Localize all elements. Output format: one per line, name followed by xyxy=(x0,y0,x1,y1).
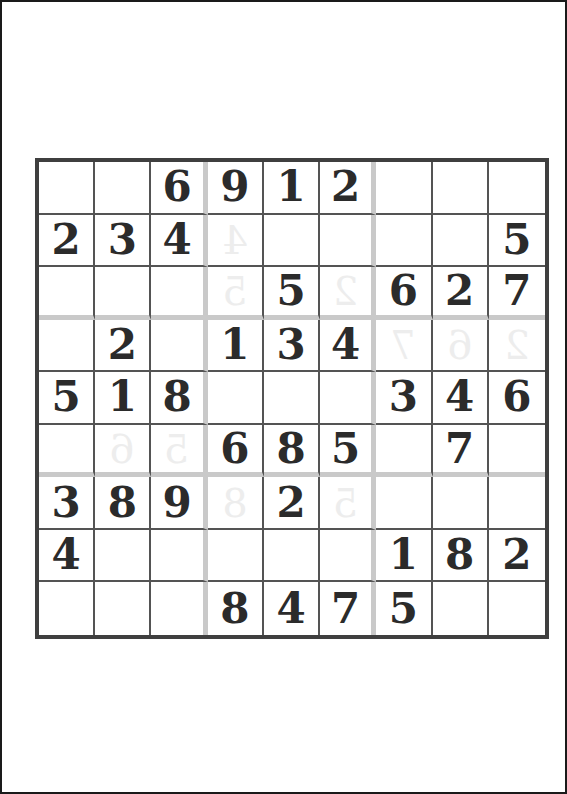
cell-r6c8[interactable]: 7 xyxy=(433,425,489,478)
cell-r9c4[interactable]: 8 xyxy=(208,582,264,635)
cell-r5c1[interactable]: 5 xyxy=(39,372,95,425)
given-digit: 1 xyxy=(108,376,137,418)
cell-r4c9[interactable]: 2 xyxy=(489,320,545,373)
cell-r9c5[interactable]: 4 xyxy=(264,582,320,635)
ghost-bleedthrough-digit: 5 xyxy=(151,425,202,473)
cell-r2c9[interactable]: 5 xyxy=(489,215,545,268)
cell-r6c9[interactable] xyxy=(489,425,545,478)
cell-r9c9[interactable] xyxy=(489,582,545,635)
cell-r1c7[interactable] xyxy=(376,162,432,215)
cell-r2c4[interactable]: 4 xyxy=(208,215,264,268)
cell-r7c8[interactable] xyxy=(433,477,489,530)
cell-r8c6[interactable] xyxy=(320,530,376,583)
cell-r6c1[interactable] xyxy=(39,425,95,478)
given-digit: 1 xyxy=(220,324,249,366)
cell-r3c7[interactable]: 6 xyxy=(376,267,432,320)
cell-r1c5[interactable]: 1 xyxy=(264,162,320,215)
given-digit: 8 xyxy=(108,482,137,524)
given-digit: 4 xyxy=(445,376,474,418)
cell-r6c7[interactable] xyxy=(376,425,432,478)
given-digit: 8 xyxy=(220,588,249,630)
cell-r2c5[interactable] xyxy=(264,215,320,268)
cell-r4c5[interactable]: 3 xyxy=(264,320,320,373)
cell-r7c4[interactable]: 8 xyxy=(208,477,264,530)
ghost-bleedthrough-digit: 7 xyxy=(376,320,430,371)
given-digit: 8 xyxy=(276,428,305,470)
ghost-bleedthrough-digit: 6 xyxy=(95,425,149,473)
cell-r2c3[interactable]: 4 xyxy=(151,215,207,268)
cell-r8c9[interactable]: 2 xyxy=(489,530,545,583)
given-digit: 4 xyxy=(276,588,305,630)
sudoku-board: 6912234455526272134762518346656857389825… xyxy=(35,158,549,639)
given-digit: 2 xyxy=(108,324,137,366)
cell-r4c8[interactable]: 6 xyxy=(433,320,489,373)
cell-r5c3[interactable]: 8 xyxy=(151,372,207,425)
given-digit: 9 xyxy=(220,166,249,208)
given-digit: 2 xyxy=(276,482,305,524)
cell-r7c3[interactable]: 9 xyxy=(151,477,207,530)
cell-r6c2[interactable]: 6 xyxy=(95,425,151,478)
cell-r6c5[interactable]: 8 xyxy=(264,425,320,478)
cell-r7c2[interactable]: 8 xyxy=(95,477,151,530)
cell-r9c3[interactable] xyxy=(151,582,207,635)
cell-r8c8[interactable]: 8 xyxy=(433,530,489,583)
given-digit: 5 xyxy=(51,376,80,418)
cell-r9c8[interactable] xyxy=(433,582,489,635)
given-digit: 1 xyxy=(276,166,305,208)
given-digit: 7 xyxy=(502,270,531,312)
given-digit: 5 xyxy=(331,428,360,470)
ghost-bleedthrough-digit: 5 xyxy=(320,477,371,528)
cell-r7c1[interactable]: 3 xyxy=(39,477,95,530)
given-digit: 8 xyxy=(162,376,191,418)
cell-r8c4[interactable] xyxy=(208,530,264,583)
cell-r9c2[interactable] xyxy=(95,582,151,635)
cell-r5c9[interactable]: 6 xyxy=(489,372,545,425)
cell-r1c9[interactable] xyxy=(489,162,545,215)
cell-r4c2[interactable]: 2 xyxy=(95,320,151,373)
cell-r1c3[interactable]: 6 xyxy=(151,162,207,215)
given-digit: 9 xyxy=(162,482,191,524)
cell-r5c4[interactable] xyxy=(208,372,264,425)
cell-r4c3[interactable] xyxy=(151,320,207,373)
cell-r2c7[interactable] xyxy=(376,215,432,268)
cell-r7c9[interactable] xyxy=(489,477,545,530)
scanned-page: 6912234455526272134762518346656857389825… xyxy=(0,0,567,794)
given-digit: 2 xyxy=(51,219,80,261)
cell-r4c1[interactable] xyxy=(39,320,95,373)
cell-r7c7[interactable] xyxy=(376,477,432,530)
given-digit: 7 xyxy=(445,428,474,470)
cell-r8c5[interactable] xyxy=(264,530,320,583)
cell-r8c1[interactable]: 4 xyxy=(39,530,95,583)
cell-r3c9[interactable]: 7 xyxy=(489,267,545,320)
cell-r6c4[interactable]: 6 xyxy=(208,425,264,478)
cell-r9c1[interactable] xyxy=(39,582,95,635)
given-digit: 2 xyxy=(502,534,531,576)
ghost-bleedthrough-digit: 4 xyxy=(208,215,262,266)
cell-r1c8[interactable] xyxy=(433,162,489,215)
given-digit: 6 xyxy=(502,376,531,418)
cell-r3c2[interactable] xyxy=(95,267,151,320)
cell-r5c8[interactable]: 4 xyxy=(433,372,489,425)
cell-r2c6[interactable] xyxy=(320,215,376,268)
given-digit: 4 xyxy=(331,324,360,366)
given-digit: 4 xyxy=(162,219,191,261)
given-digit: 3 xyxy=(276,324,305,366)
cell-r1c2[interactable] xyxy=(95,162,151,215)
cell-r2c2[interactable]: 3 xyxy=(95,215,151,268)
cell-r5c7[interactable]: 3 xyxy=(376,372,432,425)
given-digit: 6 xyxy=(389,270,418,312)
cell-r3c1[interactable] xyxy=(39,267,95,320)
cell-r5c2[interactable]: 1 xyxy=(95,372,151,425)
given-digit: 5 xyxy=(389,588,418,630)
cell-r3c5[interactable]: 5 xyxy=(264,267,320,320)
cell-r5c5[interactable] xyxy=(264,372,320,425)
given-digit: 6 xyxy=(220,428,249,470)
ghost-bleedthrough-digit: 2 xyxy=(320,267,371,315)
cell-r8c2[interactable] xyxy=(95,530,151,583)
given-digit: 6 xyxy=(162,166,191,208)
cell-r3c3[interactable] xyxy=(151,267,207,320)
cell-r1c4[interactable]: 9 xyxy=(208,162,264,215)
cell-r5c6[interactable] xyxy=(320,372,376,425)
cell-r9c6[interactable]: 7 xyxy=(320,582,376,635)
cell-r3c8[interactable]: 2 xyxy=(433,267,489,320)
cell-r4c4[interactable]: 1 xyxy=(208,320,264,373)
given-digit: 3 xyxy=(108,219,137,261)
given-digit: 2 xyxy=(331,166,360,208)
cell-r2c1[interactable]: 2 xyxy=(39,215,95,268)
given-digit: 7 xyxy=(331,588,360,630)
ghost-bleedthrough-digit: 6 xyxy=(433,320,487,371)
ghost-bleedthrough-digit: 8 xyxy=(208,477,262,528)
cell-r7c5[interactable]: 2 xyxy=(264,477,320,530)
cell-r7c6[interactable]: 5 xyxy=(320,477,376,530)
cell-r1c1[interactable] xyxy=(39,162,95,215)
cell-r3c4[interactable]: 5 xyxy=(208,267,264,320)
given-digit: 2 xyxy=(445,270,474,312)
cell-r6c6[interactable]: 5 xyxy=(320,425,376,478)
given-digit: 1 xyxy=(389,534,418,576)
cell-r1c6[interactable]: 2 xyxy=(320,162,376,215)
cell-r4c6[interactable]: 4 xyxy=(320,320,376,373)
given-digit: 4 xyxy=(51,534,80,576)
ghost-bleedthrough-digit: 5 xyxy=(208,267,262,315)
given-digit: 3 xyxy=(51,482,80,524)
cell-r8c7[interactable]: 1 xyxy=(376,530,432,583)
given-digit: 5 xyxy=(502,219,531,261)
cell-r4c7[interactable]: 7 xyxy=(376,320,432,373)
cell-r6c3[interactable]: 5 xyxy=(151,425,207,478)
given-digit: 3 xyxy=(389,376,418,418)
given-digit: 5 xyxy=(276,270,305,312)
cell-r3c6[interactable]: 2 xyxy=(320,267,376,320)
ghost-bleedthrough-digit: 2 xyxy=(489,320,545,371)
given-digit: 8 xyxy=(445,534,474,576)
cell-r9c7[interactable]: 5 xyxy=(376,582,432,635)
cell-r2c8[interactable] xyxy=(433,215,489,268)
cell-r8c3[interactable] xyxy=(151,530,207,583)
